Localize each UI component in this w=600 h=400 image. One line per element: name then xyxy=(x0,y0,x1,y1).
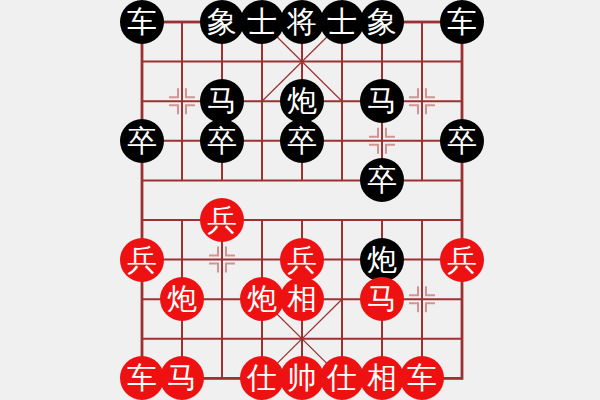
point-b4[interactable] xyxy=(162,200,202,240)
board-area: 车象士将士象车马炮马卒卒卒卒卒炮兵兵兵兵炮炮相马车马仕帅仕相车 xyxy=(0,0,600,400)
piece-black-chariot[interactable]: 车 xyxy=(440,0,484,44)
point-h6[interactable] xyxy=(402,121,442,161)
point-e4[interactable] xyxy=(282,200,322,240)
point-f2[interactable] xyxy=(322,279,362,319)
point-a7[interactable] xyxy=(122,81,162,121)
point-f3[interactable] xyxy=(322,240,362,280)
point-a5[interactable] xyxy=(122,161,162,201)
point-i1[interactable] xyxy=(442,319,482,359)
point-h2[interactable] xyxy=(402,279,442,319)
point-a8[interactable] xyxy=(122,42,162,82)
point-d7[interactable] xyxy=(242,81,282,121)
piece-red-soldier[interactable]: 兵 xyxy=(280,238,324,282)
point-b7[interactable] xyxy=(162,81,202,121)
piece-black-general[interactable]: 将 xyxy=(280,0,324,44)
point-h9[interactable] xyxy=(402,2,442,42)
point-c8[interactable] xyxy=(202,42,242,82)
point-c1[interactable] xyxy=(202,319,242,359)
point-a4[interactable] xyxy=(122,200,162,240)
point-c3[interactable] xyxy=(202,240,242,280)
piece-black-advisor[interactable]: 士 xyxy=(320,0,364,44)
point-d1[interactable] xyxy=(242,319,282,359)
point-c2[interactable] xyxy=(202,279,242,319)
point-i8[interactable] xyxy=(442,42,482,82)
point-g8[interactable] xyxy=(362,42,402,82)
point-g6[interactable] xyxy=(362,121,402,161)
piece-red-soldier[interactable]: 兵 xyxy=(200,198,244,242)
piece-red-horse[interactable]: 马 xyxy=(160,356,204,400)
piece-red-advisor[interactable]: 仕 xyxy=(320,356,364,400)
point-i4[interactable] xyxy=(442,200,482,240)
point-h5[interactable] xyxy=(402,161,442,201)
point-i7[interactable] xyxy=(442,81,482,121)
piece-red-general[interactable]: 帅 xyxy=(280,356,324,400)
piece-black-soldier[interactable]: 卒 xyxy=(200,119,244,163)
point-h7[interactable] xyxy=(402,81,442,121)
piece-red-advisor[interactable]: 仕 xyxy=(240,356,284,400)
point-d6[interactable] xyxy=(242,121,282,161)
point-f5[interactable] xyxy=(322,161,362,201)
point-e5[interactable] xyxy=(282,161,322,201)
piece-red-soldier[interactable]: 兵 xyxy=(440,238,484,282)
piece-black-horse[interactable]: 马 xyxy=(360,79,404,123)
point-f7[interactable] xyxy=(322,81,362,121)
piece-red-elephant[interactable]: 相 xyxy=(360,356,404,400)
point-f4[interactable] xyxy=(322,200,362,240)
piece-red-cannon[interactable]: 炮 xyxy=(160,277,204,321)
xiangqi-board[interactable]: 车象士将士象车马炮马卒卒卒卒卒炮兵兵兵兵炮炮相马车马仕帅仕相车 xyxy=(122,2,482,398)
point-i0[interactable] xyxy=(442,359,482,399)
point-b1[interactable] xyxy=(162,319,202,359)
point-i2[interactable] xyxy=(442,279,482,319)
piece-black-soldier[interactable]: 卒 xyxy=(440,119,484,163)
point-d4[interactable] xyxy=(242,200,282,240)
piece-black-cannon[interactable]: 炮 xyxy=(360,238,404,282)
piece-black-advisor[interactable]: 士 xyxy=(240,0,284,44)
piece-black-soldier[interactable]: 卒 xyxy=(120,119,164,163)
point-d5[interactable] xyxy=(242,161,282,201)
point-b6[interactable] xyxy=(162,121,202,161)
point-b5[interactable] xyxy=(162,161,202,201)
piece-red-chariot[interactable]: 车 xyxy=(400,356,444,400)
point-c5[interactable] xyxy=(202,161,242,201)
point-a2[interactable] xyxy=(122,279,162,319)
piece-black-soldier[interactable]: 卒 xyxy=(280,119,324,163)
point-e8[interactable] xyxy=(282,42,322,82)
point-f6[interactable] xyxy=(322,121,362,161)
point-g1[interactable] xyxy=(362,319,402,359)
piece-black-horse[interactable]: 马 xyxy=(200,79,244,123)
piece-black-cannon[interactable]: 炮 xyxy=(280,79,324,123)
point-c0[interactable] xyxy=(202,359,242,399)
point-a1[interactable] xyxy=(122,319,162,359)
piece-red-chariot[interactable]: 车 xyxy=(120,356,164,400)
point-i5[interactable] xyxy=(442,161,482,201)
point-d3[interactable] xyxy=(242,240,282,280)
point-b9[interactable] xyxy=(162,2,202,42)
piece-red-soldier[interactable]: 兵 xyxy=(120,238,164,282)
point-h8[interactable] xyxy=(402,42,442,82)
point-b8[interactable] xyxy=(162,42,202,82)
point-h1[interactable] xyxy=(402,319,442,359)
point-d8[interactable] xyxy=(242,42,282,82)
piece-black-elephant[interactable]: 象 xyxy=(360,0,404,44)
piece-red-elephant[interactable]: 相 xyxy=(280,277,324,321)
point-f8[interactable] xyxy=(322,42,362,82)
piece-black-elephant[interactable]: 象 xyxy=(200,0,244,44)
point-b3[interactable] xyxy=(162,240,202,280)
piece-red-cannon[interactable]: 炮 xyxy=(240,277,284,321)
point-f1[interactable] xyxy=(322,319,362,359)
point-h4[interactable] xyxy=(402,200,442,240)
point-h3[interactable] xyxy=(402,240,442,280)
piece-red-horse[interactable]: 马 xyxy=(360,277,404,321)
point-g4[interactable] xyxy=(362,200,402,240)
point-e1[interactable] xyxy=(282,319,322,359)
piece-black-chariot[interactable]: 车 xyxy=(120,0,164,44)
